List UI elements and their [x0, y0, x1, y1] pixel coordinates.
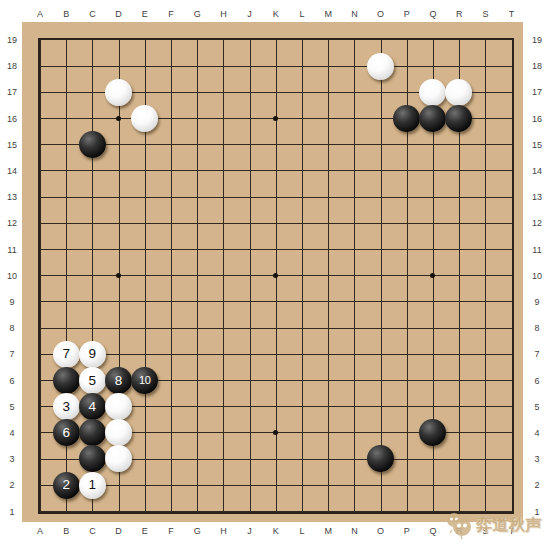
star-point: [116, 116, 121, 121]
row-label-right: 3: [534, 454, 539, 464]
black-stone-C4: [79, 419, 106, 446]
column-label-bottom: Q: [429, 526, 436, 536]
white-stone-R17: [445, 79, 472, 106]
column-label-top: S: [482, 9, 488, 19]
black-stone-C3: [79, 445, 106, 472]
move-number: 4: [89, 399, 97, 413]
white-stone-C2: 1: [79, 472, 106, 499]
row-label-right: 17: [532, 87, 542, 97]
row-label-right: 18: [532, 61, 542, 71]
column-label-bottom: C: [89, 526, 96, 536]
move-number: 9: [89, 347, 97, 361]
row-label-left: 1: [9, 507, 14, 517]
column-label-top: A: [37, 9, 43, 19]
row-label-right: 19: [532, 35, 542, 45]
row-label-left: 9: [9, 297, 14, 307]
black-stone-C5: 4: [79, 393, 106, 420]
column-label-bottom: B: [63, 526, 69, 536]
black-stone-O3: [367, 445, 394, 472]
column-label-top: E: [142, 9, 148, 19]
column-label-top: R: [456, 9, 463, 19]
black-stone-B6: [53, 367, 80, 394]
column-label-top: N: [351, 9, 358, 19]
row-label-left: 3: [9, 454, 14, 464]
black-stone-R16: [445, 105, 472, 132]
row-label-left: 17: [7, 87, 17, 97]
white-stone-D3: [105, 445, 132, 472]
column-label-bottom: K: [273, 526, 279, 536]
white-stone-E16: [131, 105, 158, 132]
black-stone-E6: 10: [131, 367, 158, 394]
column-label-bottom: M: [324, 526, 332, 536]
watermark-text: 弈道秋声: [476, 515, 542, 536]
row-label-right: 7: [534, 349, 539, 359]
move-number: 3: [62, 399, 70, 413]
column-label-top: D: [115, 9, 122, 19]
column-label-top: J: [247, 9, 252, 19]
column-label-bottom: G: [194, 526, 201, 536]
white-stone-B7: 7: [53, 341, 80, 368]
row-label-left: 15: [7, 140, 17, 150]
row-label-right: 5: [534, 402, 539, 412]
row-label-left: 4: [9, 428, 14, 438]
column-label-bottom: E: [142, 526, 148, 536]
black-stone-Q16: [419, 105, 446, 132]
row-label-left: 8: [9, 323, 14, 333]
row-label-left: 10: [7, 271, 17, 281]
star-point: [116, 273, 121, 278]
column-label-top: O: [377, 9, 384, 19]
row-label-left: 2: [9, 480, 14, 490]
black-stone-B4: 6: [53, 419, 80, 446]
column-label-bottom: P: [404, 526, 410, 536]
column-label-top: L: [299, 9, 304, 19]
row-label-right: 15: [532, 140, 542, 150]
row-label-right: 8: [534, 323, 539, 333]
white-stone-O18: [367, 53, 394, 80]
watermark: 弈道秋声: [444, 510, 542, 540]
row-label-right: 13: [532, 192, 542, 202]
row-label-right: 2: [534, 480, 539, 490]
star-point: [273, 273, 278, 278]
black-stone-P16: [393, 105, 420, 132]
white-stone-D17: [105, 79, 132, 106]
board-intersections: 79581034621: [27, 27, 525, 525]
wechat-chick-bubbles-icon: [444, 510, 474, 540]
column-label-bottom: N: [351, 526, 358, 536]
star-point: [273, 430, 278, 435]
row-label-right: 6: [534, 376, 539, 386]
move-number: 10: [139, 374, 150, 385]
row-label-left: 6: [9, 376, 14, 386]
white-stone-D5: [105, 393, 132, 420]
move-number: 2: [62, 478, 70, 492]
column-label-top: Q: [429, 9, 436, 19]
black-stone-D6: 8: [105, 367, 132, 394]
row-label-right: 14: [532, 166, 542, 176]
column-label-top: F: [168, 9, 174, 19]
row-label-left: 14: [7, 166, 17, 176]
column-label-bottom: D: [115, 526, 122, 536]
row-label-left: 16: [7, 114, 17, 124]
star-point: [273, 116, 278, 121]
move-number: 6: [62, 426, 70, 440]
row-label-left: 19: [7, 35, 17, 45]
column-label-top: C: [89, 9, 96, 19]
row-label-right: 12: [532, 218, 542, 228]
column-label-top: M: [324, 9, 332, 19]
go-diagram-page: 79581034621 AABBCCDDEEFFGGHHJJKKLLMMNNOO…: [0, 0, 550, 550]
move-number: 5: [89, 373, 97, 387]
row-label-right: 10: [532, 271, 542, 281]
column-label-bottom: J: [247, 526, 252, 536]
column-label-bottom: L: [299, 526, 304, 536]
column-label-top: K: [273, 9, 279, 19]
column-label-top: H: [220, 9, 227, 19]
row-label-right: 16: [532, 114, 542, 124]
row-label-left: 13: [7, 192, 17, 202]
white-stone-B5: 3: [53, 393, 80, 420]
white-stone-D4: [105, 419, 132, 446]
row-label-left: 12: [7, 218, 17, 228]
column-label-bottom: A: [37, 526, 43, 536]
white-stone-Q17: [419, 79, 446, 106]
column-label-bottom: H: [220, 526, 227, 536]
row-label-right: 11: [532, 245, 541, 255]
row-label-right: 4: [534, 428, 539, 438]
star-point: [430, 273, 435, 278]
white-stone-C7: 9: [79, 341, 106, 368]
move-number: 8: [115, 373, 123, 387]
black-stone-C15: [79, 131, 106, 158]
column-label-bottom: O: [377, 526, 384, 536]
column-label-top: P: [404, 9, 410, 19]
move-number: 7: [62, 347, 70, 361]
row-label-left: 5: [9, 402, 14, 412]
row-label-left: 18: [7, 61, 17, 71]
row-label-left: 7: [9, 349, 14, 359]
column-label-top: T: [509, 9, 515, 19]
column-label-top: B: [63, 9, 69, 19]
move-number: 1: [89, 478, 97, 492]
row-label-right: 9: [534, 297, 539, 307]
go-board: 79581034621: [22, 22, 523, 522]
column-label-top: G: [194, 9, 201, 19]
row-label-left: 11: [7, 245, 16, 255]
black-stone-Q4: [419, 419, 446, 446]
black-stone-B2: 2: [53, 472, 80, 499]
white-stone-C6: 5: [79, 367, 106, 394]
column-label-bottom: F: [168, 526, 174, 536]
